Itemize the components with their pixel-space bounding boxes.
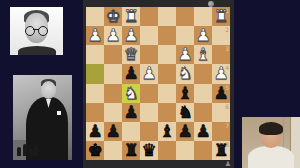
square-b2[interactable]: ♟ — [194, 26, 212, 45]
square-e7[interactable] — [140, 122, 158, 141]
black-queen-e8[interactable]: ♛ — [141, 142, 156, 159]
white-pawn-h2[interactable]: ♟ — [87, 27, 102, 44]
black-king-h8[interactable]: ♚ — [87, 142, 102, 159]
chess-piece-silhouette — [29, 148, 33, 156]
square-c2[interactable] — [176, 26, 194, 45]
square-b5[interactable] — [194, 84, 212, 103]
square-g5[interactable] — [104, 84, 122, 103]
square-a6[interactable]: 6 — [212, 103, 230, 122]
square-d3[interactable] — [158, 45, 176, 64]
square-e1[interactable] — [140, 7, 158, 26]
square-h4[interactable] — [86, 64, 104, 83]
black-pawn-f4[interactable]: ♟ — [123, 65, 138, 82]
square-h6[interactable] — [86, 103, 104, 122]
square-b3[interactable]: ♝ — [194, 45, 212, 64]
white-king-g1[interactable]: ♚ — [105, 8, 120, 25]
square-a8[interactable]: ♜8 — [212, 141, 230, 160]
chess-piece-silhouette — [17, 147, 21, 156]
white-knight-c4[interactable]: ♞ — [177, 65, 192, 82]
black-bishop-d7[interactable]: ♝ — [159, 123, 174, 140]
black-bishop-c5[interactable]: ♝ — [177, 85, 192, 102]
square-c8[interactable] — [176, 141, 194, 160]
square-b1[interactable] — [194, 7, 212, 26]
black-rook-f8[interactable]: ♜ — [123, 142, 138, 159]
black-pawn-b7[interactable]: ♟ — [195, 123, 210, 140]
square-g8[interactable] — [104, 141, 122, 160]
square-d8[interactable] — [158, 141, 176, 160]
rank-label-5: 5 — [225, 84, 229, 91]
white-pawn-e4[interactable]: ♟ — [141, 65, 156, 82]
square-e4[interactable]: ♟ — [140, 64, 158, 83]
square-d4[interactable] — [158, 64, 176, 83]
square-f7[interactable] — [122, 122, 140, 141]
square-f2[interactable]: ♟ — [122, 26, 140, 45]
rank-label-2: 2 — [225, 26, 229, 33]
rank-label-1: 1 — [225, 7, 229, 14]
black-knight-c6[interactable]: ♞ — [177, 104, 192, 121]
rank-label-8: 8 — [225, 141, 229, 148]
square-g7[interactable]: ♟ — [104, 122, 122, 141]
square-b8[interactable] — [194, 141, 212, 160]
square-h7[interactable]: ♟ — [86, 122, 104, 141]
chess-piece-silhouette — [34, 145, 38, 156]
square-a5[interactable]: ♟5 — [212, 84, 230, 103]
square-a7[interactable]: 7 — [212, 122, 230, 141]
square-e2[interactable] — [140, 26, 158, 45]
video-frame: ♚♜♜1♟♟♟♟2♛♟♝3♟♟♞♟4♞♝♟5♟♞6♟♟♝♟♟7♚♜♛♜8 ♟ — [0, 0, 300, 168]
square-h3[interactable] — [86, 45, 104, 64]
square-a3[interactable]: 3 — [212, 45, 230, 64]
player-portrait-bottom — [13, 75, 72, 160]
white-pawn-f2[interactable]: ♟ — [123, 27, 138, 44]
square-g3[interactable] — [104, 45, 122, 64]
square-e3[interactable] — [140, 45, 158, 64]
square-c3[interactable]: ♟ — [176, 45, 194, 64]
square-f5[interactable]: ♞ — [122, 84, 140, 103]
glasses-bridge — [33, 29, 39, 30]
square-f8[interactable]: ♜ — [122, 141, 140, 160]
black-pawn-f6[interactable]: ♟ — [123, 104, 138, 121]
white-pawn-c3[interactable]: ♟ — [177, 46, 192, 63]
square-f1[interactable]: ♜ — [122, 7, 140, 26]
chess-board[interactable]: ♚♜♜1♟♟♟♟2♛♟♝3♟♟♞♟4♞♝♟5♟♞6♟♟♝♟♟7♚♜♛♜8 — [86, 7, 230, 160]
square-c1[interactable] — [176, 7, 194, 26]
square-a1[interactable]: ♜1 — [212, 7, 230, 26]
square-a2[interactable]: 2 — [212, 26, 230, 45]
rank-label-4: 4 — [225, 64, 229, 71]
square-g4[interactable] — [104, 64, 122, 83]
portrait-shoulders — [18, 46, 56, 55]
white-knight-f5[interactable]: ♞ — [123, 85, 138, 102]
glasses-icon — [25, 26, 35, 36]
square-b4[interactable] — [194, 64, 212, 83]
square-c5[interactable]: ♝ — [176, 84, 194, 103]
black-pawn-h7[interactable]: ♟ — [87, 123, 102, 140]
white-bishop-b3[interactable]: ♝ — [195, 46, 210, 63]
square-d1[interactable] — [158, 7, 176, 26]
square-g1[interactable]: ♚ — [104, 7, 122, 26]
square-e8[interactable]: ♛ — [140, 141, 158, 160]
square-g2[interactable]: ♟ — [104, 26, 122, 45]
square-c7[interactable]: ♟ — [176, 122, 194, 141]
square-h5[interactable] — [86, 84, 104, 103]
rank-label-6: 6 — [225, 103, 229, 110]
portrait-face — [41, 81, 56, 99]
square-b7[interactable]: ♟ — [194, 122, 212, 141]
presenter-hair — [259, 122, 283, 135]
pocket-square — [57, 111, 61, 115]
square-a4[interactable]: ♟4 — [212, 64, 230, 83]
square-h2[interactable]: ♟ — [86, 26, 104, 45]
square-d7[interactable]: ♝ — [158, 122, 176, 141]
square-h1[interactable] — [86, 7, 104, 26]
pawn-icon[interactable]: ♟ — [225, 160, 231, 168]
chess-board-window: ♚♜♜1♟♟♟♟2♛♟♝3♟♟♞♟4♞♝♟5♟♞6♟♟♝♟♟7♚♜♛♜8 ♟ — [83, 0, 234, 168]
square-e6[interactable] — [140, 103, 158, 122]
square-h8[interactable]: ♚ — [86, 141, 104, 160]
white-pawn-b2[interactable]: ♟ — [195, 27, 210, 44]
white-pawn-g2[interactable]: ♟ — [105, 27, 120, 44]
black-pawn-g7[interactable]: ♟ — [105, 123, 120, 140]
white-queen-f3[interactable]: ♛ — [123, 46, 138, 63]
presenter-shirt — [248, 146, 294, 168]
square-d2[interactable] — [158, 26, 176, 45]
square-g6[interactable] — [104, 103, 122, 122]
white-rook-f1[interactable]: ♜ — [123, 8, 138, 25]
square-c4[interactable]: ♞ — [176, 64, 194, 83]
square-d5[interactable] — [158, 84, 176, 103]
webcam-feed — [242, 117, 300, 168]
rank-label-3: 3 — [225, 45, 229, 52]
square-f6[interactable]: ♟ — [122, 103, 140, 122]
square-e5[interactable] — [140, 84, 158, 103]
square-f4[interactable]: ♟ — [122, 64, 140, 83]
black-pawn-c7[interactable]: ♟ — [177, 123, 192, 140]
square-c6[interactable]: ♞ — [176, 103, 194, 122]
glasses-icon — [38, 26, 48, 36]
square-b6[interactable] — [194, 103, 212, 122]
chess-piece-silhouette — [23, 144, 27, 156]
rank-label-7: 7 — [225, 122, 229, 129]
square-f3[interactable]: ♛ — [122, 45, 140, 64]
square-d6[interactable] — [158, 103, 176, 122]
player-portrait-top — [10, 7, 63, 55]
